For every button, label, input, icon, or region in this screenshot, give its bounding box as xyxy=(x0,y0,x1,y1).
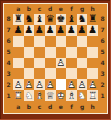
square-f4[interactable] xyxy=(66,58,77,69)
rank-label-3-left: 3 xyxy=(4,68,13,79)
black-piece-glyph: ♟︎ xyxy=(77,25,88,36)
square-a7[interactable]: ♟︎ xyxy=(13,25,24,36)
file-label-c-top: c xyxy=(34,4,45,14)
piece-black-knight-b8[interactable]: ♞︎ xyxy=(24,14,35,25)
piece-black-pawn-e7[interactable]: ♟︎ xyxy=(56,25,67,36)
rank-label-4-right: 4 xyxy=(98,58,107,69)
white-piece-outline-glyph: ♘︎ xyxy=(77,90,88,101)
square-h4[interactable] xyxy=(87,58,98,69)
square-b8[interactable]: ♞︎ xyxy=(24,14,35,25)
square-f7[interactable]: ♟︎ xyxy=(66,25,77,36)
square-h3[interactable] xyxy=(87,68,98,79)
rank-label-1-right: 1 xyxy=(98,90,107,101)
square-c7[interactable]: ♟︎ xyxy=(34,25,45,36)
white-piece-outline-glyph: ♔︎ xyxy=(56,90,67,101)
square-a3[interactable] xyxy=(13,68,24,79)
square-b7[interactable]: ♟︎ xyxy=(24,25,35,36)
piece-black-pawn-b7[interactable]: ♟︎ xyxy=(24,25,35,36)
square-b6[interactable] xyxy=(24,36,35,47)
square-f2[interactable]: ♟︎♙︎ xyxy=(66,79,77,90)
file-label-b-bottom: b xyxy=(24,101,35,113)
square-b2[interactable]: ♟︎♙︎ xyxy=(24,79,35,90)
square-d8[interactable]: ♛︎ xyxy=(45,14,56,25)
black-piece-glyph: ♟︎ xyxy=(66,25,77,36)
square-e5[interactable] xyxy=(56,47,67,58)
black-piece-glyph: ♝︎ xyxy=(66,14,77,25)
black-piece-glyph: ♟︎ xyxy=(13,25,24,36)
piece-black-pawn-c7[interactable]: ♟︎ xyxy=(34,25,45,36)
square-g5[interactable] xyxy=(77,47,88,58)
white-piece-outline-glyph: ♕︎ xyxy=(45,90,56,101)
square-d3[interactable] xyxy=(45,68,56,79)
rank-label-7-left: 7 xyxy=(4,25,13,36)
piece-black-pawn-h7[interactable]: ♟︎ xyxy=(87,25,98,36)
square-b5[interactable] xyxy=(24,47,35,58)
piece-black-bishop-f8[interactable]: ♝︎ xyxy=(66,14,77,25)
square-e8[interactable]: ♚︎ xyxy=(56,14,67,25)
white-piece-outline-glyph: ♗︎ xyxy=(66,90,77,101)
black-piece-glyph: ♛︎ xyxy=(45,14,56,25)
file-label-a-bottom: a xyxy=(13,101,24,113)
piece-white-rook-a1[interactable]: ♜︎♖︎ xyxy=(13,90,24,101)
file-label-e-top: e xyxy=(56,4,67,14)
rank-label-1-left: 1 xyxy=(4,90,13,101)
piece-white-knight-g1[interactable]: ♞︎♘︎ xyxy=(77,90,88,101)
corner-bottom-left xyxy=(4,101,13,113)
rank-label-5-right: 5 xyxy=(98,47,107,58)
black-piece-glyph: ♟︎ xyxy=(24,25,35,36)
piece-black-queen-d8[interactable]: ♛︎ xyxy=(45,14,56,25)
square-h7[interactable]: ♟︎ xyxy=(87,25,98,36)
square-e7[interactable]: ♟︎ xyxy=(56,25,67,36)
black-piece-glyph: ♟︎ xyxy=(56,25,67,36)
piece-black-rook-a8[interactable]: ♜︎ xyxy=(13,14,24,25)
square-f3[interactable] xyxy=(66,68,77,79)
piece-white-pawn-a2[interactable]: ♟︎♙︎ xyxy=(13,79,24,90)
rank-label-6-left: 6 xyxy=(4,36,13,47)
black-piece-glyph: ♟︎ xyxy=(45,25,56,36)
black-piece-glyph: ♞︎ xyxy=(24,14,35,25)
piece-white-queen-d1[interactable]: ♛︎♕︎ xyxy=(45,90,56,101)
piece-white-pawn-c2[interactable]: ♟︎♙︎ xyxy=(34,79,45,90)
square-d5[interactable] xyxy=(45,47,56,58)
square-e3[interactable] xyxy=(56,68,67,79)
square-c1[interactable]: ♝︎♗︎ xyxy=(34,90,45,101)
white-piece-outline-glyph: ♙︎ xyxy=(77,79,88,90)
white-piece-outline-glyph: ♙︎ xyxy=(66,79,77,90)
rank-label-3-right: 3 xyxy=(98,68,107,79)
piece-white-rook-h1[interactable]: ♜︎♖︎ xyxy=(87,90,98,101)
square-f8[interactable]: ♝︎ xyxy=(66,14,77,25)
file-label-a-top: a xyxy=(13,4,24,14)
square-c5[interactable] xyxy=(34,47,45,58)
piece-black-pawn-f7[interactable]: ♟︎ xyxy=(66,25,77,36)
white-piece-outline-glyph: ♖︎ xyxy=(87,90,98,101)
piece-white-king-e1[interactable]: ♚︎♔︎ xyxy=(56,90,67,101)
square-a5[interactable] xyxy=(13,47,24,58)
square-f5[interactable] xyxy=(66,47,77,58)
white-piece-outline-glyph: ♙︎ xyxy=(45,79,56,90)
piece-black-king-e8[interactable]: ♚︎ xyxy=(56,14,67,25)
piece-black-pawn-d7[interactable]: ♟︎ xyxy=(45,25,56,36)
file-label-d-bottom: d xyxy=(45,101,56,113)
piece-white-pawn-h2[interactable]: ♟︎♙︎ xyxy=(87,79,98,90)
file-label-c-bottom: c xyxy=(34,101,45,113)
square-d4[interactable] xyxy=(45,58,56,69)
white-piece-outline-glyph: ♙︎ xyxy=(87,79,98,90)
square-d1[interactable]: ♛︎♕︎ xyxy=(45,90,56,101)
square-c8[interactable]: ♝︎ xyxy=(34,14,45,25)
chess-board: abcdefgh8♜︎♞︎♝︎♛︎♚︎♝︎♞︎♜︎87♟︎♟︎♟︎♟︎♟︎♟︎♟… xyxy=(3,3,108,114)
black-piece-glyph: ♟︎ xyxy=(87,25,98,36)
square-h6[interactable] xyxy=(87,36,98,47)
square-e6[interactable] xyxy=(56,36,67,47)
white-piece-outline-glyph: ♘︎ xyxy=(24,90,35,101)
white-piece-outline-glyph: ♙︎ xyxy=(34,79,45,90)
square-g8[interactable]: ♞︎ xyxy=(77,14,88,25)
piece-white-pawn-d2[interactable]: ♟︎♙︎ xyxy=(45,79,56,90)
white-piece-outline-glyph: ♗︎ xyxy=(34,90,45,101)
square-g4[interactable] xyxy=(77,58,88,69)
black-piece-glyph: ♟︎ xyxy=(34,25,45,36)
square-g2[interactable]: ♟︎♙︎ xyxy=(77,79,88,90)
black-piece-glyph: ♞︎ xyxy=(77,14,88,25)
square-f6[interactable] xyxy=(66,36,77,47)
black-piece-glyph: ♜︎ xyxy=(87,14,98,25)
corner-bottom-right xyxy=(98,101,107,113)
rank-label-2-right: 2 xyxy=(98,79,107,90)
square-h5[interactable] xyxy=(87,47,98,58)
square-e1[interactable]: ♚︎♔︎ xyxy=(56,90,67,101)
square-g1[interactable]: ♞︎♘︎ xyxy=(77,90,88,101)
file-label-e-bottom: e xyxy=(56,101,67,113)
piece-white-pawn-b2[interactable]: ♟︎♙︎ xyxy=(24,79,35,90)
piece-white-knight-b1[interactable]: ♞︎♘︎ xyxy=(24,90,35,101)
square-h8[interactable]: ♜︎ xyxy=(87,14,98,25)
square-a4[interactable] xyxy=(13,58,24,69)
square-c4[interactable] xyxy=(34,58,45,69)
piece-white-pawn-f2[interactable]: ♟︎♙︎ xyxy=(66,79,77,90)
square-b1[interactable]: ♞︎♘︎ xyxy=(24,90,35,101)
piece-black-pawn-g7[interactable]: ♟︎ xyxy=(77,25,88,36)
corner-top-right xyxy=(98,4,107,14)
black-piece-glyph: ♜︎ xyxy=(13,14,24,25)
chess-board-window: abcdefgh8♜︎♞︎♝︎♛︎♚︎♝︎♞︎♜︎87♟︎♟︎♟︎♟︎♟︎♟︎♟… xyxy=(0,0,111,120)
piece-black-bishop-c8[interactable]: ♝︎ xyxy=(34,14,45,25)
square-d6[interactable] xyxy=(45,36,56,47)
file-label-g-top: g xyxy=(77,4,88,14)
file-label-f-bottom: f xyxy=(66,101,77,113)
piece-white-pawn-e4[interactable]: ♟︎♙︎ xyxy=(56,58,67,69)
file-label-h-top: h xyxy=(87,4,98,14)
file-label-b-top: b xyxy=(24,4,35,14)
white-piece-outline-glyph: ♙︎ xyxy=(56,58,67,69)
rank-label-6-right: 6 xyxy=(98,36,107,47)
file-label-g-bottom: g xyxy=(77,101,88,113)
piece-white-bishop-f1[interactable]: ♝︎♗︎ xyxy=(66,90,77,101)
square-c3[interactable] xyxy=(34,68,45,79)
square-a1[interactable]: ♜︎♖︎ xyxy=(13,90,24,101)
square-c2[interactable]: ♟︎♙︎ xyxy=(34,79,45,90)
piece-black-rook-h8[interactable]: ♜︎ xyxy=(87,14,98,25)
square-e2[interactable] xyxy=(56,79,67,90)
rank-label-7-right: 7 xyxy=(98,25,107,36)
black-piece-glyph: ♚︎ xyxy=(56,14,67,25)
rank-label-5-left: 5 xyxy=(4,47,13,58)
square-c6[interactable] xyxy=(34,36,45,47)
piece-white-pawn-g2[interactable]: ♟︎♙︎ xyxy=(77,79,88,90)
square-a6[interactable] xyxy=(13,36,24,47)
white-piece-outline-glyph: ♙︎ xyxy=(24,79,35,90)
white-piece-outline-glyph: ♙︎ xyxy=(13,79,24,90)
rank-label-4-left: 4 xyxy=(4,58,13,69)
square-g3[interactable] xyxy=(77,68,88,79)
square-d7[interactable]: ♟︎ xyxy=(45,25,56,36)
file-label-h-bottom: h xyxy=(87,101,98,113)
square-a2[interactable]: ♟︎♙︎ xyxy=(13,79,24,90)
black-piece-glyph: ♝︎ xyxy=(34,14,45,25)
file-label-f-top: f xyxy=(66,4,77,14)
square-g6[interactable] xyxy=(77,36,88,47)
square-a8[interactable]: ♜︎ xyxy=(13,14,24,25)
square-h2[interactable]: ♟︎♙︎ xyxy=(87,79,98,90)
piece-white-bishop-c1[interactable]: ♝︎♗︎ xyxy=(34,90,45,101)
white-piece-outline-glyph: ♖︎ xyxy=(13,90,24,101)
file-label-d-top: d xyxy=(45,4,56,14)
square-b4[interactable] xyxy=(24,58,35,69)
rank-label-8-left: 8 xyxy=(4,14,13,25)
square-d2[interactable]: ♟︎♙︎ xyxy=(45,79,56,90)
rank-label-2-left: 2 xyxy=(4,79,13,90)
square-b3[interactable] xyxy=(24,68,35,79)
square-h1[interactable]: ♜︎♖︎ xyxy=(87,90,98,101)
square-f1[interactable]: ♝︎♗︎ xyxy=(66,90,77,101)
square-e4[interactable]: ♟︎♙︎ xyxy=(56,58,67,69)
piece-black-pawn-a7[interactable]: ♟︎ xyxy=(13,25,24,36)
rank-label-8-right: 8 xyxy=(98,14,107,25)
piece-black-knight-g8[interactable]: ♞︎ xyxy=(77,14,88,25)
corner-top-left xyxy=(4,4,13,14)
square-g7[interactable]: ♟︎ xyxy=(77,25,88,36)
